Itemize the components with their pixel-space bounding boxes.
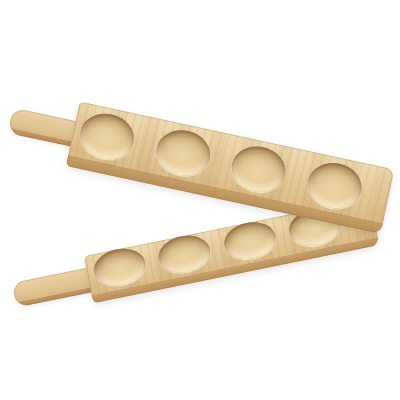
top-paddle [2, 88, 396, 238]
top-paddle-pit-row [64, 102, 379, 219]
pit [91, 244, 149, 290]
product-photo-scene [0, 0, 400, 400]
pit [228, 141, 290, 196]
pit [156, 231, 214, 277]
pit [152, 125, 214, 180]
pit [304, 158, 366, 213]
pit [76, 108, 138, 163]
pit [221, 218, 279, 264]
